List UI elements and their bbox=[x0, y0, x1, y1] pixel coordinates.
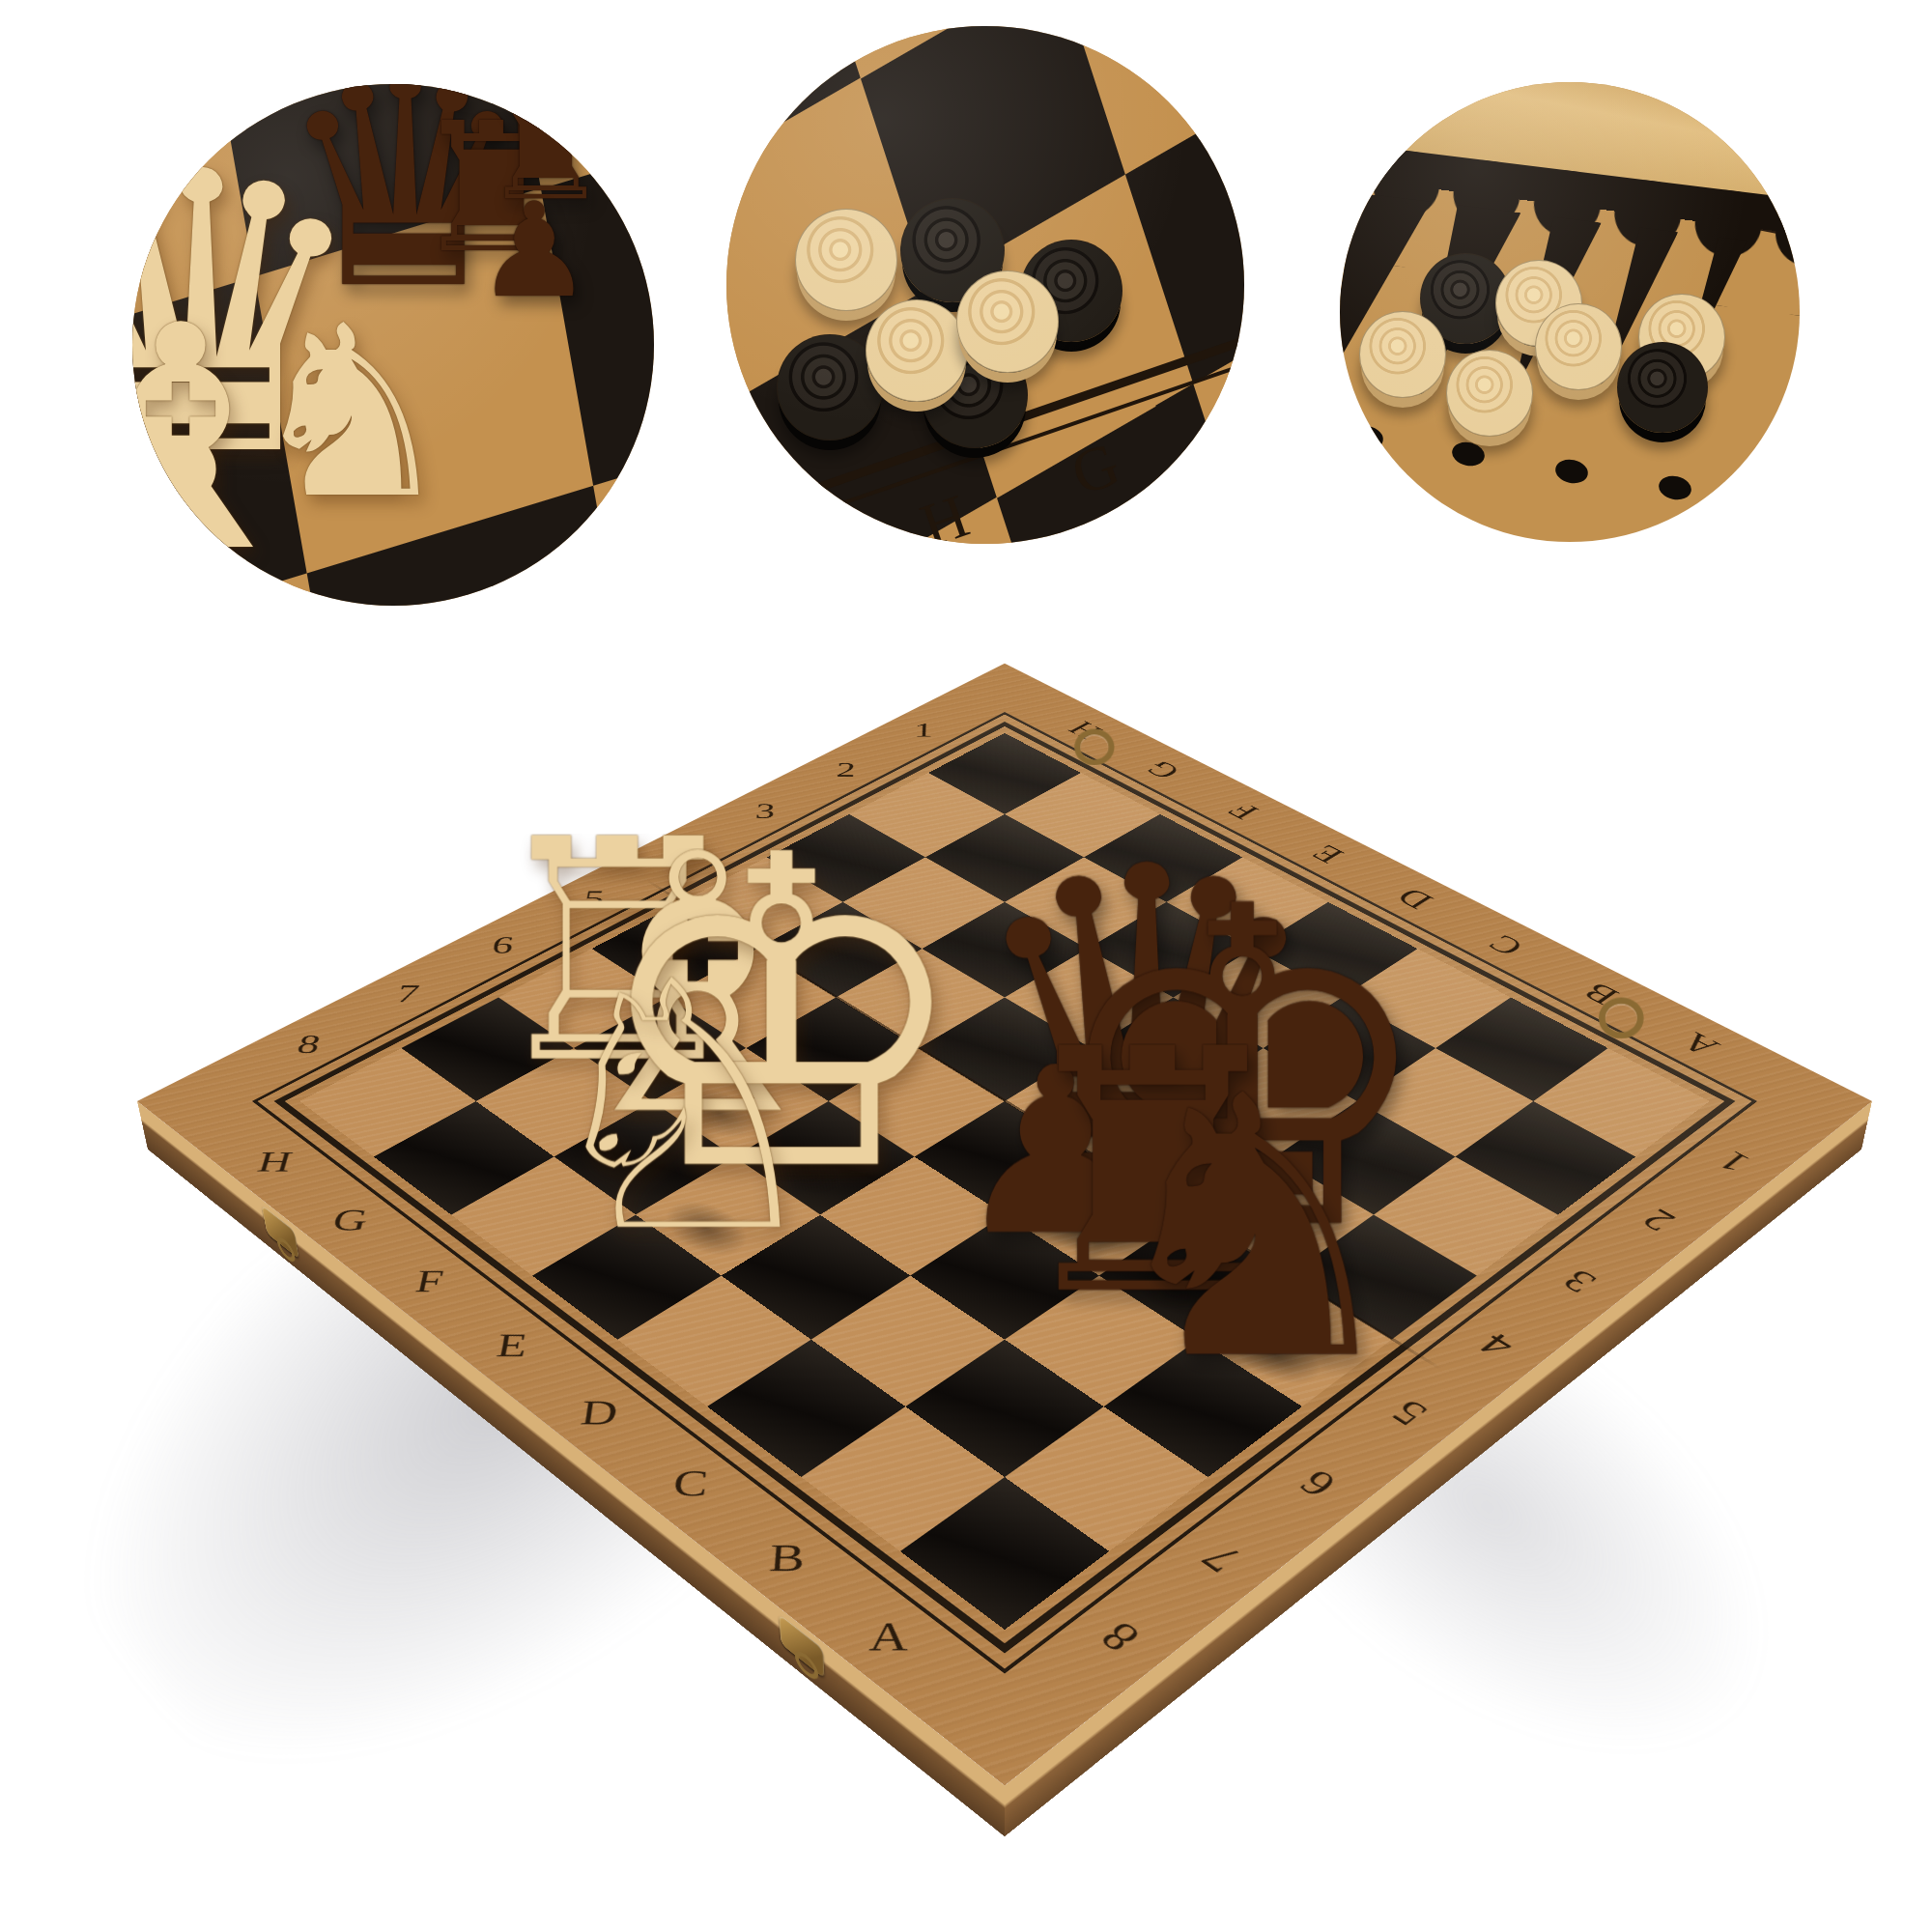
file-label-near-c: C bbox=[670, 1462, 709, 1504]
rank-label-right-2: 2 bbox=[1634, 1203, 1685, 1237]
file-label-near-d: D bbox=[578, 1392, 620, 1433]
rank-label-right-3: 3 bbox=[1553, 1263, 1605, 1299]
rank-label-right-8: 8 bbox=[1090, 1612, 1152, 1660]
board-scene: ♛♚♟♜♞♖♗♔♘ HHGGFFEEDDCCBBAA11223344556677… bbox=[0, 0, 1932, 1932]
rank-label-right-5: 5 bbox=[1382, 1392, 1438, 1433]
black-knight[interactable]: ♞ bbox=[1093, 1090, 1414, 1370]
rank-label-right-6: 6 bbox=[1290, 1462, 1348, 1504]
product-photo: ♛♝♞♛♜♜♟ HGF ♛♚♟♜♞♖♗♔♘ HHGGFFEEDDCCBBAA11… bbox=[0, 0, 1932, 1932]
rank-label-right-7: 7 bbox=[1192, 1535, 1252, 1580]
file-label-near-b: B bbox=[767, 1536, 806, 1580]
white-knight[interactable]: ♘ bbox=[529, 975, 837, 1241]
brass-clasp-ba bbox=[779, 1614, 824, 1679]
rank-label-right-4: 4 bbox=[1470, 1325, 1524, 1364]
file-label-near-f: F bbox=[412, 1263, 446, 1299]
file-label-near-e: E bbox=[494, 1326, 530, 1365]
rank-label-left-7: 7 bbox=[394, 979, 423, 1008]
file-label-near-g: G bbox=[328, 1203, 371, 1237]
file-label-far-a: A bbox=[1672, 1027, 1727, 1062]
rank-label-left-8: 8 bbox=[294, 1029, 325, 1059]
chess-board: ♛♚♟♜♞♖♗♔♘ HHGGFFEEDDCCBBAA11223344556677… bbox=[137, 664, 1872, 1786]
brass-clasp-hg bbox=[262, 1205, 299, 1260]
file-label-near-h: H bbox=[253, 1145, 296, 1178]
file-label-far-c: C bbox=[1480, 929, 1531, 960]
board-grid: ♛♚♟♜♞♖♗♔♘ bbox=[299, 733, 1709, 1630]
file-label-near-a: A bbox=[867, 1613, 908, 1661]
rank-label-left-1: 1 bbox=[914, 719, 933, 741]
rank-label-right-1: 1 bbox=[1710, 1145, 1759, 1179]
